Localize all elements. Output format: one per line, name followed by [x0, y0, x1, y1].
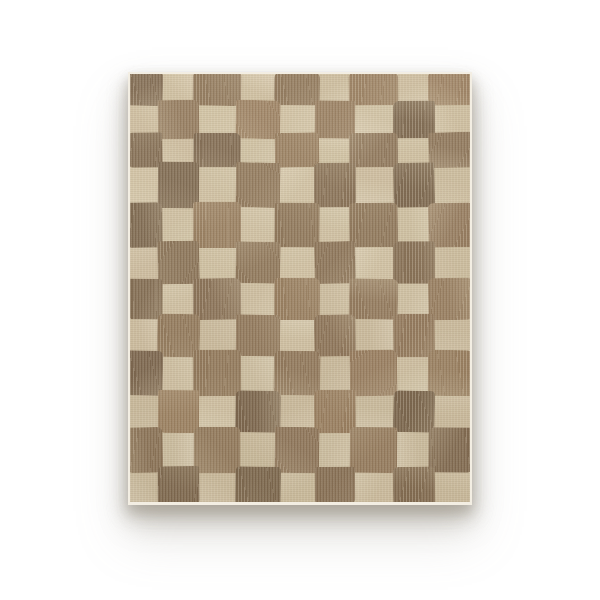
- square-r6c5: [277, 244, 317, 281]
- product-photo-canvas: [0, 0, 600, 600]
- dark-square-patch: [157, 466, 199, 502]
- light-square-patch: [352, 244, 395, 281]
- dark-square-patch: [130, 279, 162, 319]
- board-grid: [130, 74, 470, 502]
- square-r1c9: [431, 74, 470, 103]
- dark-square-patch: [193, 278, 241, 320]
- light-square-patch: [352, 469, 395, 502]
- square-r12c7: [352, 469, 395, 502]
- dark-square-patch: [393, 390, 435, 432]
- light-square-patch: [160, 281, 197, 317]
- dark-square-patch: [235, 467, 281, 502]
- square-r1c7: [352, 74, 395, 103]
- square-r2c4: [238, 103, 278, 136]
- square-r4c2: [160, 165, 197, 205]
- square-r9c7: [352, 353, 395, 393]
- light-square-patch: [130, 469, 160, 502]
- dark-square-patch: [349, 202, 399, 247]
- light-square-patch: [396, 430, 432, 470]
- square-r9c4: [238, 353, 278, 393]
- square-r12c8: [396, 469, 432, 502]
- light-square-patch: [277, 103, 317, 136]
- light-square-patch: [160, 205, 197, 245]
- square-r5c7: [352, 205, 395, 245]
- dark-square-patch: [157, 162, 199, 209]
- square-r4c7: [352, 165, 395, 205]
- dark-square-patch: [314, 467, 354, 502]
- light-square-patch: [352, 103, 395, 136]
- square-r3c8: [396, 135, 432, 165]
- square-r7c3: [196, 281, 238, 317]
- square-r10c5: [277, 393, 317, 430]
- dark-square-patch: [274, 74, 320, 105]
- square-r6c8: [396, 244, 432, 281]
- square-r3c6: [317, 135, 353, 165]
- light-square-patch: [277, 469, 317, 502]
- dark-square-patch: [157, 390, 198, 433]
- square-r9c6: [317, 353, 353, 393]
- light-square-patch: [277, 165, 317, 205]
- dark-square-patch: [275, 426, 320, 472]
- square-r9c9: [431, 353, 470, 393]
- square-r7c2: [160, 281, 197, 317]
- square-r2c2: [160, 103, 197, 136]
- square-r9c3: [196, 353, 238, 393]
- square-r2c9: [431, 103, 470, 136]
- dark-square-patch: [314, 100, 355, 138]
- square-r6c2: [160, 244, 197, 281]
- square-r6c3: [196, 244, 238, 281]
- dark-square-patch: [349, 74, 400, 105]
- dark-square-patch: [428, 74, 470, 105]
- square-r7c7: [352, 281, 395, 317]
- light-square-patch: [396, 353, 432, 393]
- square-r5c3: [196, 205, 238, 245]
- dark-square-patch: [235, 390, 281, 432]
- dark-square-patch: [194, 426, 241, 472]
- square-r2c7: [352, 103, 395, 136]
- dark-square-patch: [429, 427, 470, 472]
- square-r5c8: [396, 205, 432, 245]
- square-r5c4: [238, 205, 278, 245]
- dark-square-patch: [235, 314, 280, 356]
- square-r1c2: [160, 74, 197, 103]
- square-r2c1: [130, 103, 160, 136]
- square-r5c1: [130, 205, 160, 245]
- light-square-patch: [238, 281, 278, 317]
- light-square-patch: [352, 393, 395, 430]
- square-r8c3: [196, 317, 238, 354]
- square-r5c6: [317, 205, 353, 245]
- square-r6c9: [431, 244, 470, 281]
- square-r8c6: [317, 317, 353, 354]
- light-square-patch: [196, 393, 238, 430]
- dark-square-patch: [235, 242, 280, 284]
- square-r11c8: [396, 430, 432, 470]
- dark-square-patch: [314, 314, 356, 356]
- square-r11c2: [160, 430, 197, 470]
- square-r11c4: [238, 430, 278, 470]
- light-square-patch: [317, 281, 353, 317]
- square-r8c9: [431, 317, 470, 354]
- dark-square-patch: [274, 202, 319, 247]
- square-r12c2: [160, 469, 197, 502]
- square-r3c9: [431, 135, 470, 165]
- square-r12c5: [277, 469, 317, 502]
- square-r1c1: [130, 74, 160, 103]
- square-r4c3: [196, 165, 238, 205]
- light-square-patch: [277, 393, 317, 430]
- dark-square-patch: [349, 278, 399, 319]
- dark-square-patch: [193, 350, 241, 396]
- light-square-patch: [130, 244, 160, 281]
- light-square-patch: [317, 205, 353, 245]
- square-r5c2: [160, 205, 197, 245]
- square-r8c8: [396, 317, 432, 354]
- square-r5c5: [277, 205, 317, 245]
- square-r7c6: [317, 281, 353, 317]
- dark-square-patch: [393, 162, 435, 207]
- square-r8c5: [277, 317, 317, 354]
- light-square-patch: [196, 165, 238, 205]
- square-r7c5: [277, 281, 317, 317]
- light-square-patch: [396, 74, 432, 103]
- light-square-patch: [396, 135, 432, 165]
- square-r4c4: [238, 165, 278, 205]
- dark-square-patch: [235, 99, 280, 138]
- light-square-patch: [238, 353, 278, 393]
- light-square-patch: [238, 135, 278, 165]
- square-r11c5: [277, 430, 317, 470]
- light-square-patch: [160, 353, 197, 393]
- square-r6c4: [238, 244, 278, 281]
- square-r2c3: [196, 103, 238, 136]
- square-r10c1: [130, 393, 160, 430]
- square-r11c1: [130, 430, 160, 470]
- light-square-patch: [431, 103, 470, 136]
- square-r9c8: [396, 353, 432, 393]
- light-square-patch: [317, 353, 353, 393]
- dark-square-patch: [350, 427, 399, 473]
- dark-square-patch: [274, 278, 320, 320]
- dark-square-patch: [429, 132, 470, 168]
- square-r12c9: [431, 469, 470, 502]
- dark-square-patch: [157, 241, 199, 285]
- light-square-patch: [277, 317, 317, 354]
- light-square-patch: [160, 74, 197, 103]
- square-r4c9: [431, 165, 470, 205]
- square-r3c5: [277, 135, 317, 165]
- dark-square-patch: [314, 241, 356, 284]
- square-r9c2: [160, 353, 197, 393]
- square-r8c4: [238, 317, 278, 354]
- square-r4c6: [317, 165, 353, 205]
- square-r11c3: [196, 430, 238, 470]
- square-r1c8: [396, 74, 432, 103]
- square-r2c6: [317, 103, 353, 136]
- light-square-patch: [431, 165, 470, 205]
- square-r1c4: [238, 74, 278, 103]
- light-square-patch: [277, 244, 317, 281]
- light-square-patch: [196, 244, 238, 281]
- square-r9c1: [130, 353, 160, 393]
- square-r5c9: [431, 205, 470, 245]
- light-square-patch: [160, 430, 197, 470]
- square-r4c5: [277, 165, 317, 205]
- dark-square-patch: [193, 74, 242, 106]
- dark-square-patch: [393, 242, 435, 284]
- dark-square-patch: [275, 133, 320, 168]
- light-square-patch: [431, 393, 470, 430]
- light-square-patch: [130, 103, 160, 136]
- checkerboard-rug: [128, 72, 472, 505]
- dark-square-patch: [428, 278, 470, 321]
- dark-square-patch: [349, 133, 399, 168]
- square-r7c9: [431, 281, 470, 317]
- dark-square-patch: [130, 351, 163, 396]
- square-r10c3: [196, 393, 238, 430]
- square-r1c6: [317, 74, 353, 103]
- dark-square-patch: [193, 133, 240, 167]
- light-square-patch: [352, 317, 395, 354]
- square-r11c6: [317, 430, 353, 470]
- dark-square-patch: [428, 202, 470, 247]
- dark-square-patch: [428, 350, 470, 396]
- light-square-patch: [396, 281, 432, 317]
- square-r12c1: [130, 469, 160, 502]
- dark-square-patch: [157, 99, 199, 138]
- light-square-patch: [317, 74, 353, 103]
- square-r7c4: [238, 281, 278, 317]
- square-r10c6: [317, 393, 353, 430]
- square-r12c4: [238, 469, 278, 502]
- square-r4c8: [396, 165, 432, 205]
- square-r10c8: [396, 393, 432, 430]
- square-r7c1: [130, 281, 160, 317]
- square-r2c8: [396, 103, 432, 136]
- light-square-patch: [431, 469, 470, 502]
- light-square-patch: [196, 469, 238, 502]
- light-square-patch: [130, 393, 160, 430]
- dark-square-patch: [350, 350, 399, 397]
- square-r6c7: [352, 244, 395, 281]
- square-r3c3: [196, 135, 238, 165]
- square-r2c5: [277, 103, 317, 136]
- dark-square-patch: [130, 202, 162, 247]
- dark-square-patch: [235, 162, 280, 208]
- square-r8c2: [160, 317, 197, 354]
- dark-square-patch: [193, 202, 241, 248]
- dark-square-patch: [393, 313, 435, 356]
- square-r9c5: [277, 353, 317, 393]
- square-r3c7: [352, 135, 395, 165]
- light-square-patch: [238, 430, 278, 470]
- light-square-patch: [352, 165, 395, 205]
- square-r3c1: [130, 135, 160, 165]
- square-r6c1: [130, 244, 160, 281]
- square-r1c3: [196, 74, 238, 103]
- dark-square-patch: [274, 351, 321, 396]
- light-square-patch: [238, 74, 278, 103]
- square-r8c1: [130, 317, 160, 354]
- square-r12c3: [196, 469, 238, 502]
- square-r4c1: [130, 165, 160, 205]
- light-square-patch: [196, 317, 238, 354]
- light-square-patch: [130, 317, 160, 354]
- light-square-patch: [431, 244, 470, 281]
- square-r1c5: [277, 74, 317, 103]
- light-square-patch: [238, 205, 278, 245]
- light-square-patch: [130, 165, 160, 205]
- square-r6c6: [317, 244, 353, 281]
- square-r10c2: [160, 393, 197, 430]
- light-square-patch: [196, 103, 238, 136]
- light-square-patch: [317, 135, 353, 165]
- light-square-patch: [396, 205, 432, 245]
- square-r11c7: [352, 430, 395, 470]
- square-r12c6: [317, 469, 353, 502]
- square-r10c4: [238, 393, 278, 430]
- square-r8c7: [352, 317, 395, 354]
- dark-square-patch: [314, 390, 356, 433]
- light-square-patch: [317, 430, 353, 470]
- square-r10c9: [431, 393, 470, 430]
- square-r3c4: [238, 135, 278, 165]
- dark-square-patch: [130, 427, 163, 473]
- dark-square-patch: [392, 467, 434, 502]
- square-r11c9: [431, 430, 470, 470]
- light-square-patch: [431, 317, 470, 354]
- square-r7c8: [396, 281, 432, 317]
- dark-square-patch: [314, 163, 356, 208]
- square-r10c7: [352, 393, 395, 430]
